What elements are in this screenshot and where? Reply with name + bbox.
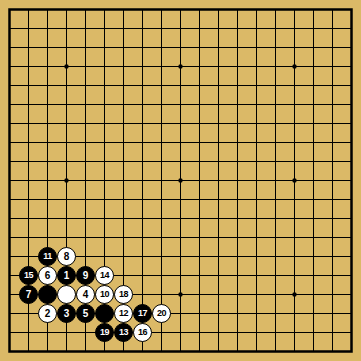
stone-black-c4-setup: [38, 285, 57, 304]
stone-white-c5-move-6: 6: [38, 266, 57, 285]
stone-black-d5-move-1: 1: [57, 266, 76, 285]
stone-black-b4-move-7: 7: [19, 285, 38, 304]
stone-black-h3-move-17: 17: [133, 304, 152, 323]
stone-black-e3-move-5: 5: [76, 304, 95, 323]
stone-white-j3-move-20: 20: [152, 304, 171, 323]
stone-white-h2-move-16: 16: [133, 323, 152, 342]
stone-white-g4-move-18: 18: [114, 285, 133, 304]
stone-black-b5-move-15: 15: [19, 266, 38, 285]
stone-white-d4-setup: [57, 285, 76, 304]
stone-white-g3-move-12: 12: [114, 304, 133, 323]
stone-black-e5-move-9: 9: [76, 266, 95, 285]
stone-white-c3-move-2: 2: [38, 304, 57, 323]
stones-layer: 1234567891011121314151617181920: [0, 0, 361, 361]
go-board[interactable]: 1234567891011121314151617181920: [0, 0, 361, 361]
stone-white-d6-move-8: 8: [57, 247, 76, 266]
stone-black-f2-move-19: 19: [95, 323, 114, 342]
stone-black-c6-move-11: 11: [38, 247, 57, 266]
stone-white-f4-move-10: 10: [95, 285, 114, 304]
stone-white-e4-move-4: 4: [76, 285, 95, 304]
stone-black-d3-move-3: 3: [57, 304, 76, 323]
stone-black-g2-move-13: 13: [114, 323, 133, 342]
stone-white-f5-move-14: 14: [95, 266, 114, 285]
stone-black-f3-setup: [95, 304, 114, 323]
